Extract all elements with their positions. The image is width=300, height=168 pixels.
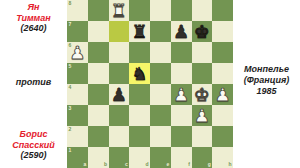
rank-label-7: 7 xyxy=(69,22,72,27)
square-e2[interactable] xyxy=(150,126,171,147)
black-player-name: Борис Спасский (2590) xyxy=(0,129,67,161)
black-pawn[interactable]: ♟ xyxy=(111,84,127,105)
square-a5[interactable]: 5 xyxy=(67,63,88,84)
white-king[interactable]: ♚ xyxy=(194,84,210,105)
square-g1[interactable]: g xyxy=(192,147,213,168)
square-f7[interactable]: ♟ xyxy=(171,21,192,42)
file-label-c: c xyxy=(125,162,128,167)
white-player-last-name: Тимман xyxy=(0,13,67,24)
square-a7[interactable]: 7 xyxy=(67,21,88,42)
file-label-h: h xyxy=(228,162,231,167)
square-g6[interactable] xyxy=(192,42,213,63)
square-c6[interactable] xyxy=(109,42,130,63)
square-h4[interactable]: ♟ xyxy=(212,84,233,105)
square-e6[interactable] xyxy=(150,42,171,63)
rank-label-4: 4 xyxy=(69,85,72,90)
square-g7[interactable]: ♚ xyxy=(192,21,213,42)
rank-label-8: 8 xyxy=(69,1,72,6)
square-g4[interactable]: ♚ xyxy=(192,84,213,105)
square-h2[interactable] xyxy=(212,126,233,147)
square-f8[interactable] xyxy=(171,0,192,21)
white-rook[interactable]: ♜ xyxy=(111,0,127,21)
white-player-rating: (2640) xyxy=(0,23,67,34)
square-d5[interactable]: ♞ xyxy=(129,63,150,84)
versus-label: против xyxy=(0,77,67,88)
square-h1[interactable]: h xyxy=(212,147,233,168)
square-h3[interactable] xyxy=(212,105,233,126)
rank-label-1: 1 xyxy=(69,148,72,153)
event-country: (Франция) xyxy=(233,75,300,86)
square-f4[interactable]: ♟ xyxy=(171,84,192,105)
event-info: Монпелье (Франция) 1985 xyxy=(233,64,300,97)
square-d6[interactable] xyxy=(129,42,150,63)
right-panel: Монпелье (Франция) 1985 xyxy=(233,0,300,168)
black-player-first-name: Борис xyxy=(0,129,67,140)
square-d1[interactable]: d xyxy=(129,147,150,168)
square-b3[interactable] xyxy=(88,105,109,126)
square-b6[interactable] xyxy=(88,42,109,63)
rank-label-6: 6 xyxy=(69,43,72,48)
black-rook[interactable]: ♜ xyxy=(132,21,148,42)
square-d4[interactable] xyxy=(129,84,150,105)
square-b5[interactable] xyxy=(88,63,109,84)
white-pawn[interactable]: ♟ xyxy=(69,42,85,63)
file-label-f: f xyxy=(188,162,190,167)
video-frame: Ян Тимман (2640) против Борис Спасский (… xyxy=(0,0,300,168)
rank-label-2: 2 xyxy=(69,127,72,132)
square-e5[interactable] xyxy=(150,63,171,84)
square-d3[interactable] xyxy=(129,105,150,126)
white-player-first-name: Ян xyxy=(0,2,67,13)
black-player-last-name: Спасский xyxy=(0,140,67,151)
square-f5[interactable] xyxy=(171,63,192,84)
square-g5[interactable] xyxy=(192,63,213,84)
square-d2[interactable] xyxy=(129,126,150,147)
square-a4[interactable]: 4 xyxy=(67,84,88,105)
square-g2[interactable] xyxy=(192,126,213,147)
square-b8[interactable] xyxy=(88,0,109,21)
file-label-a: a xyxy=(83,162,86,167)
square-a8[interactable]: 8 xyxy=(67,0,88,21)
white-pawn[interactable]: ♟ xyxy=(173,84,189,105)
rank-label-3: 3 xyxy=(69,106,72,111)
file-label-e: e xyxy=(166,162,169,167)
black-player-rating: (2590) xyxy=(0,150,67,161)
square-c4[interactable]: ♟ xyxy=(109,84,130,105)
white-player-name: Ян Тимман (2640) xyxy=(0,2,67,34)
left-panel: Ян Тимман (2640) против Борис Спасский (… xyxy=(0,0,67,168)
square-e4[interactable] xyxy=(150,84,171,105)
square-c8[interactable]: ♜ xyxy=(109,0,130,21)
white-pawn[interactable]: ♟ xyxy=(194,105,210,126)
square-c2[interactable] xyxy=(109,126,130,147)
event-year: 1985 xyxy=(233,86,300,97)
square-f2[interactable] xyxy=(171,126,192,147)
file-label-d: d xyxy=(145,162,148,167)
square-d8[interactable] xyxy=(129,0,150,21)
square-b1[interactable]: b xyxy=(88,147,109,168)
square-f1[interactable]: f xyxy=(171,147,192,168)
file-label-g: g xyxy=(208,162,211,167)
square-c5[interactable] xyxy=(109,63,130,84)
square-g8[interactable] xyxy=(192,0,213,21)
square-a1[interactable]: 1a xyxy=(67,147,88,168)
square-h8[interactable] xyxy=(212,0,233,21)
rank-label-5: 5 xyxy=(69,64,72,69)
white-pawn[interactable]: ♟ xyxy=(215,84,231,105)
square-b7[interactable] xyxy=(88,21,109,42)
square-a6[interactable]: 6♟ xyxy=(67,42,88,63)
square-g3[interactable]: ♟ xyxy=(192,105,213,126)
square-d7[interactable]: ♜ xyxy=(129,21,150,42)
square-a2[interactable]: 2 xyxy=(67,126,88,147)
square-h6[interactable] xyxy=(212,42,233,63)
square-c3[interactable] xyxy=(109,105,130,126)
square-h5[interactable] xyxy=(212,63,233,84)
square-h7[interactable] xyxy=(212,21,233,42)
black-pawn[interactable]: ♟ xyxy=(173,21,189,42)
square-e7[interactable] xyxy=(150,21,171,42)
black-king[interactable]: ♚ xyxy=(194,21,210,42)
square-a3[interactable]: 3 xyxy=(67,105,88,126)
square-e3[interactable] xyxy=(150,105,171,126)
square-f3[interactable] xyxy=(171,105,192,126)
chess-board[interactable]: 8♜7♜♟♚6♟5♞4♟♟♚♟3♟21abcdefgh xyxy=(67,0,233,168)
square-b2[interactable] xyxy=(88,126,109,147)
event-city: Монпелье xyxy=(233,64,300,75)
square-c7[interactable] xyxy=(109,21,130,42)
square-e1[interactable]: e xyxy=(150,147,171,168)
versus-label-block: против xyxy=(0,77,67,88)
square-e8[interactable] xyxy=(150,0,171,21)
file-label-b: b xyxy=(104,162,107,167)
square-f6[interactable] xyxy=(171,42,192,63)
square-c1[interactable]: c xyxy=(109,147,130,168)
square-b4[interactable] xyxy=(88,84,109,105)
black-knight[interactable]: ♞ xyxy=(132,63,148,84)
